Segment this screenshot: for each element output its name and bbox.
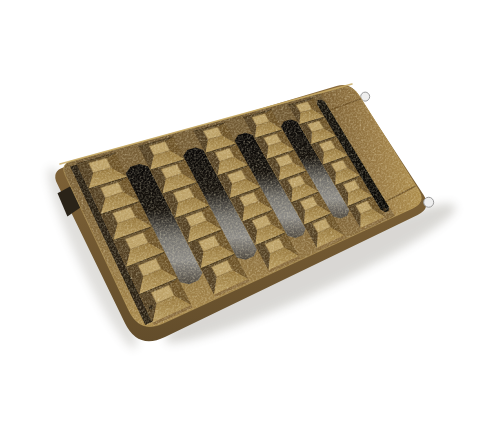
pedal-pad-photo: [0, 0, 480, 434]
product-photo-canvas: [0, 0, 480, 434]
hinge-pin-bottom: [424, 197, 434, 207]
